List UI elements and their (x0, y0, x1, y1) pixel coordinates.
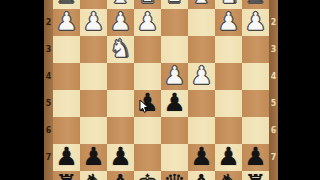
square-a3[interactable] (242, 36, 269, 63)
square-g2[interactable]: ♟ (80, 9, 107, 36)
rank-label-3-left: 3 (44, 45, 53, 54)
white-pawn-e2[interactable]: ♟ (136, 8, 158, 35)
square-b7[interactable]: ♟ (215, 144, 242, 171)
square-c2[interactable] (188, 9, 215, 36)
board-squares: ♜♝♚♛♝♞♜♟♟♟♟♟♟♞♟♟♟♟♟♟♟♟♟♟♜♞♝♚♛♝♞♜ (53, 0, 269, 180)
rank-label-4-left: 4 (44, 72, 53, 81)
black-knight-g8[interactable]: ♞ (82, 170, 104, 180)
square-h4[interactable] (53, 63, 80, 90)
square-a6[interactable] (242, 117, 269, 144)
square-c7[interactable]: ♟ (188, 144, 215, 171)
square-b6[interactable] (215, 117, 242, 144)
black-pawn-b7[interactable]: ♟ (217, 143, 239, 170)
black-pawn-g7[interactable]: ♟ (82, 143, 104, 170)
square-f4[interactable] (107, 63, 134, 90)
video-frame: 234567 ♜♝♚♛♝♞♜♟♟♟♟♟♟♞♟♟♟♟♟♟♟♟♟♟♜♞♝♚♛♝♞♜ … (0, 0, 320, 180)
square-a5[interactable] (242, 90, 269, 117)
black-pawn-d5[interactable]: ♟ (163, 89, 185, 116)
square-f6[interactable] (107, 117, 134, 144)
square-f3[interactable]: ♞ (107, 36, 134, 63)
square-g8[interactable]: ♞ (80, 171, 107, 180)
black-knight-b8[interactable]: ♞ (217, 170, 239, 180)
square-d5[interactable]: ♟ (161, 90, 188, 117)
white-pawn-f2[interactable]: ♟ (109, 8, 131, 35)
rank-label-3-right: 3 (269, 45, 278, 54)
square-f7[interactable]: ♟ (107, 144, 134, 171)
square-d6[interactable] (161, 117, 188, 144)
square-h6[interactable] (53, 117, 80, 144)
square-b8[interactable]: ♞ (215, 171, 242, 180)
rank-label-5-right: 5 (269, 99, 278, 108)
rank-label-6-left: 6 (44, 126, 53, 135)
white-pawn-a2[interactable]: ♟ (244, 8, 266, 35)
black-bishop-f8[interactable]: ♝ (109, 170, 131, 180)
square-g5[interactable] (80, 90, 107, 117)
black-bishop-c8[interactable]: ♝ (190, 170, 212, 180)
square-f2[interactable]: ♟ (107, 9, 134, 36)
square-h3[interactable] (53, 36, 80, 63)
square-b3[interactable] (215, 36, 242, 63)
square-c4[interactable]: ♟ (188, 63, 215, 90)
square-b4[interactable] (215, 63, 242, 90)
square-a8[interactable]: ♜ (242, 171, 269, 180)
black-king-e8[interactable]: ♚ (136, 170, 158, 180)
white-pawn-d4[interactable]: ♟ (163, 62, 185, 89)
square-d1[interactable]: ♛ (161, 0, 188, 9)
square-e7[interactable] (134, 144, 161, 171)
white-bishop-c1[interactable]: ♝ (190, 0, 212, 8)
square-c3[interactable] (188, 36, 215, 63)
square-g6[interactable] (80, 117, 107, 144)
white-pawn-c4[interactable]: ♟ (190, 62, 212, 89)
chess-board: 234567 ♜♝♚♛♝♞♜♟♟♟♟♟♟♞♟♟♟♟♟♟♟♟♟♟♜♞♝♚♛♝♞♜ … (44, 0, 278, 180)
rank-label-2-right: 2 (269, 18, 278, 27)
square-b2[interactable]: ♟ (215, 9, 242, 36)
board-frame-left: 234567 (44, 0, 53, 180)
square-a4[interactable] (242, 63, 269, 90)
square-a2[interactable]: ♟ (242, 9, 269, 36)
square-c5[interactable] (188, 90, 215, 117)
square-a7[interactable]: ♟ (242, 144, 269, 171)
rank-label-5-left: 5 (44, 99, 53, 108)
black-queen-d8[interactable]: ♛ (163, 170, 185, 180)
square-h7[interactable]: ♟ (53, 144, 80, 171)
square-h8[interactable]: ♜ (53, 171, 80, 180)
black-rook-a8[interactable]: ♜ (244, 170, 266, 180)
white-pawn-g2[interactable]: ♟ (82, 8, 104, 35)
white-queen-d1[interactable]: ♛ (163, 0, 185, 8)
rank-label-7-right: 7 (269, 153, 278, 162)
black-pawn-a7[interactable]: ♟ (244, 143, 266, 170)
square-e8[interactable]: ♚ (134, 171, 161, 180)
square-g4[interactable] (80, 63, 107, 90)
board-frame-right: 234567 (269, 0, 278, 180)
square-e6[interactable] (134, 117, 161, 144)
square-d2[interactable] (161, 9, 188, 36)
black-rook-h8[interactable]: ♜ (55, 170, 77, 180)
square-d8[interactable]: ♛ (161, 171, 188, 180)
square-c8[interactable]: ♝ (188, 171, 215, 180)
rank-label-6-right: 6 (269, 126, 278, 135)
white-pawn-b2[interactable]: ♟ (217, 8, 239, 35)
square-d7[interactable] (161, 144, 188, 171)
square-g7[interactable]: ♟ (80, 144, 107, 171)
square-h2[interactable]: ♟ (53, 9, 80, 36)
square-f8[interactable]: ♝ (107, 171, 134, 180)
rank-label-4-right: 4 (269, 72, 278, 81)
square-b5[interactable] (215, 90, 242, 117)
rank-label-2-left: 2 (44, 18, 53, 27)
black-pawn-f7[interactable]: ♟ (109, 143, 131, 170)
square-c6[interactable] (188, 117, 215, 144)
square-g3[interactable] (80, 36, 107, 63)
square-h5[interactable] (53, 90, 80, 117)
square-d3[interactable] (161, 36, 188, 63)
white-pawn-h2[interactable]: ♟ (55, 8, 77, 35)
square-f5[interactable] (107, 90, 134, 117)
square-e2[interactable]: ♟ (134, 9, 161, 36)
black-pawn-e5[interactable]: ♟ (136, 89, 158, 116)
square-e4[interactable] (134, 63, 161, 90)
square-e3[interactable] (134, 36, 161, 63)
white-knight-f3[interactable]: ♞ (109, 35, 131, 62)
square-d4[interactable]: ♟ (161, 63, 188, 90)
black-pawn-h7[interactable]: ♟ (55, 143, 77, 170)
black-pawn-c7[interactable]: ♟ (190, 143, 212, 170)
square-c1[interactable]: ♝ (188, 0, 215, 9)
square-e5[interactable]: ♟ (134, 90, 161, 117)
rank-label-7-left: 7 (44, 153, 53, 162)
